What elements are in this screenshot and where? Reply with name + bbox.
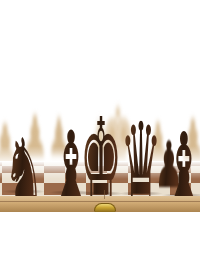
chess-set-photo: ♟♟♟♟♚♟♟ ♞♝♚♛♟♝ [0, 0, 200, 280]
foreground-pieces: ♞♝♚♛♟♝ [0, 0, 200, 280]
brass-hinge-icon [94, 203, 116, 212]
board-fold-gap [104, 190, 105, 199]
box-seam-line [0, 201, 200, 202]
